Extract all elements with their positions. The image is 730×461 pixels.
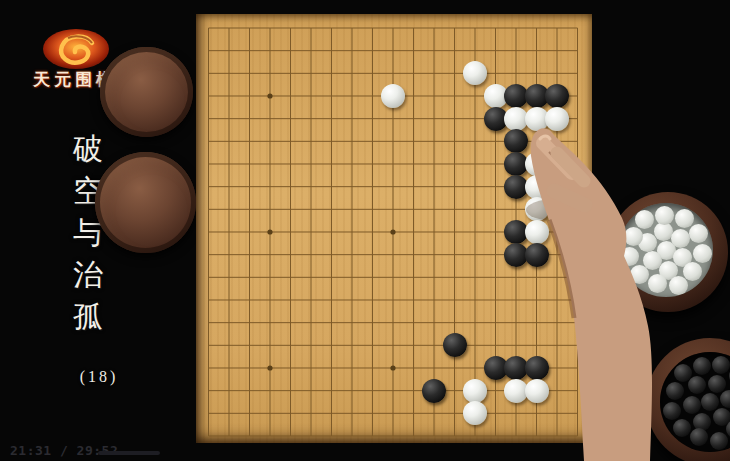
- player-hand: [0, 0, 730, 461]
- tv-frame: 天元围棋 破 空 与 治 孤 (18) 21:31 / 29:52: [0, 0, 730, 461]
- video-progress-bar[interactable]: [98, 451, 160, 455]
